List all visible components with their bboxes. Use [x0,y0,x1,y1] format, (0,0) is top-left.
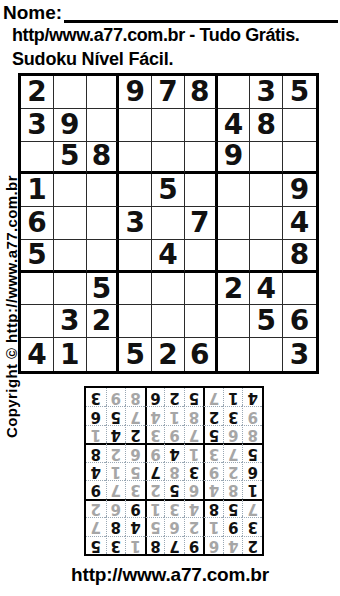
cell-r1c8: 3 [250,76,283,109]
solution-cell-r7c3: 5 [203,425,223,443]
solution-cell-r8c8: 5 [106,406,126,424]
solution-cell-r2c2: 9 [223,517,243,535]
cell-r4c8[interactable] [250,174,283,207]
solution-cell-r2c5: 6 [164,517,184,535]
solution-cell-r8c6: 4 [145,406,165,424]
solution-cell-r3c9: 2 [86,499,106,517]
cell-r9c6: 6 [185,338,218,371]
solution-cell-r4c8: 7 [106,480,126,498]
solution-cell-r6c4: 1 [184,443,204,461]
cell-r5c7[interactable] [218,207,251,240]
cell-r4c7[interactable] [218,174,251,207]
solution-cell-r2c8: 8 [106,517,126,535]
solution-cell-r9c6: 6 [145,388,165,406]
cell-r2c7: 4 [218,109,251,142]
solution-cell-r9c8: 9 [106,388,126,406]
solution-cell-r5c6: 7 [145,462,165,480]
solution-cell-r6c7: 6 [125,443,145,461]
cell-r7c2[interactable] [54,273,87,306]
cell-r4c4[interactable] [119,174,152,207]
solution-cell-r5c1: 6 [242,462,262,480]
solution-cell-r2c6: 5 [145,517,165,535]
cell-r8c9: 6 [283,305,316,338]
cell-r5c8[interactable] [250,207,283,240]
solution-cell-r9c2: 1 [223,388,243,406]
cell-r5c4: 3 [119,207,152,240]
solution-cell-r6c3: 3 [203,443,223,461]
solution-cell-r6c9: 8 [86,443,106,461]
solution-cell-r2c3: 1 [203,517,223,535]
cell-r6c7[interactable] [218,240,251,273]
cell-r7c6[interactable] [185,273,218,306]
solution-cell-r1c7: 1 [125,536,145,554]
cell-r9c2: 1 [54,338,87,371]
cell-r9c7[interactable] [218,338,251,371]
cell-r6c4[interactable] [119,240,152,273]
cell-r5c5[interactable] [152,207,185,240]
solution-cell-r5c5: 8 [164,462,184,480]
cell-r8c2: 3 [54,305,87,338]
solution-cell-r1c9: 5 [86,536,106,554]
cell-r6c5: 4 [152,240,185,273]
cell-r2c1: 3 [21,109,54,142]
solution-cell-r5c7: 5 [125,462,145,480]
cell-r4c9: 9 [283,174,316,207]
solution-cell-r8c1: 9 [242,406,262,424]
solution-cell-r8c3: 2 [203,406,223,424]
cell-r8c7[interactable] [218,305,251,338]
cell-r5c1: 6 [21,207,54,240]
solution-cell-r9c1: 4 [242,388,262,406]
cell-r4c5: 5 [152,174,185,207]
cell-r3c1[interactable] [21,142,54,175]
solution-cell-r4c5: 5 [164,480,184,498]
solution-cell-r2c1: 3 [242,517,262,535]
cell-r3c2: 5 [54,142,87,175]
cell-r1c4: 9 [119,76,152,109]
solution-cell-r1c6: 8 [145,536,165,554]
sudoku-worksheet-page: Nome: http/www.a77.com.br - Tudo Grátis.… [0,0,340,596]
cell-r7c1[interactable] [21,273,54,306]
solution-cell-r1c1: 2 [242,536,262,554]
cell-r9c8[interactable] [250,338,283,371]
cell-r9c1: 4 [21,338,54,371]
cell-r7c5[interactable] [152,273,185,306]
solution-cell-r7c4: 7 [184,425,204,443]
cell-r7c9[interactable] [283,273,316,306]
solution-cell-r4c6: 2 [145,480,165,498]
solution-cell-r4c9: 9 [86,480,106,498]
solution-cell-r5c3: 9 [203,462,223,480]
cell-r8c1[interactable] [21,305,54,338]
solution-cell-r6c5: 4 [164,443,184,461]
solution-cell-r4c2: 8 [223,480,243,498]
footer-url: http://www.a77.com.br [0,564,340,586]
cell-r3c9[interactable] [283,142,316,175]
cell-r6c6[interactable] [185,240,218,273]
solution-cell-r9c5: 2 [164,388,184,406]
name-blank-line[interactable] [64,1,338,23]
name-row: Nome: [3,1,338,23]
cell-r5c9: 4 [283,207,316,240]
cell-r2c2: 9 [54,109,87,142]
solution-cell-r1c2: 4 [223,536,243,554]
solution-cell-r5c4: 3 [184,462,204,480]
cell-r9c4: 5 [119,338,152,371]
cell-r5c2[interactable] [54,207,87,240]
cell-r2c5[interactable] [152,109,185,142]
cell-r1c2[interactable] [54,76,87,109]
cell-r2c3[interactable] [87,109,120,142]
cell-r8c6[interactable] [185,305,218,338]
puzzle-level-title: Sudoku Nível Fácil. [12,49,173,70]
solution-grid-upside-down: 2469781353912654877584319621846523796293… [84,386,264,556]
cell-r9c3[interactable] [87,338,120,371]
cell-r9c5: 2 [152,338,185,371]
solution-cell-r6c1: 5 [242,443,262,461]
cell-r3c7: 9 [218,142,251,175]
cell-r1c7[interactable] [218,76,251,109]
cell-r2c6[interactable] [185,109,218,142]
cell-r4c1: 1 [21,174,54,207]
cell-r4c2[interactable] [54,174,87,207]
cell-r8c4[interactable] [119,305,152,338]
solution-cell-r5c8: 1 [106,462,126,480]
solution-cell-r8c2: 3 [223,406,243,424]
cell-r8c3: 2 [87,305,120,338]
solution-cell-r8c5: 1 [164,406,184,424]
solution-cell-r4c1: 1 [242,480,262,498]
solution-cell-r8c4: 8 [184,406,204,424]
solution-cell-r9c3: 7 [203,388,223,406]
cell-r5c6: 7 [185,207,218,240]
cell-r2c8: 8 [250,109,283,142]
sudoku-grid: 297835394858915963745485243256415263 [18,73,319,374]
solution-cell-r9c9: 3 [86,388,106,406]
cell-r1c3[interactable] [87,76,120,109]
cell-r3c6[interactable] [185,142,218,175]
cell-r6c1: 5 [21,240,54,273]
solution-cell-r4c4: 6 [184,480,204,498]
cell-r4c3[interactable] [87,174,120,207]
cell-r6c3[interactable] [87,240,120,273]
cell-r2c4[interactable] [119,109,152,142]
solution-cell-r8c7: 7 [125,406,145,424]
solution-cell-r9c4: 5 [184,388,204,406]
cell-r8c8: 5 [250,305,283,338]
solution-cell-r2c9: 7 [86,517,106,535]
cell-r3c5[interactable] [152,142,185,175]
solution-cell-r3c7: 9 [125,499,145,517]
cell-r1c5: 7 [152,76,185,109]
solution-cell-r3c6: 1 [145,499,165,517]
cell-r7c3: 5 [87,273,120,306]
solution-cell-r3c8: 6 [106,499,126,517]
solution-cell-r7c2: 6 [223,425,243,443]
cell-r3c8[interactable] [250,142,283,175]
solution-cell-r7c9: 1 [86,425,106,443]
solution-cell-r8c9: 6 [86,406,106,424]
solution-cell-r7c5: 9 [164,425,184,443]
cell-r3c4[interactable] [119,142,152,175]
solution-cell-r5c9: 4 [86,462,106,480]
cell-r7c7: 2 [218,273,251,306]
solution-cell-r2c7: 4 [125,517,145,535]
cell-r6c2[interactable] [54,240,87,273]
solution-cell-r4c3: 4 [203,480,223,498]
cell-r2c9[interactable] [283,109,316,142]
solution-cell-r7c1: 8 [242,425,262,443]
solution-cell-r1c3: 6 [203,536,223,554]
solution-cell-r3c4: 4 [184,499,204,517]
solution-cell-r3c2: 5 [223,499,243,517]
solution-cell-r6c8: 2 [106,443,126,461]
cell-r7c8: 4 [250,273,283,306]
solution-cell-r3c1: 7 [242,499,262,517]
cell-r1c6: 8 [185,76,218,109]
cell-r9c9: 3 [283,338,316,371]
solution-cell-r4c7: 3 [125,480,145,498]
cell-r3c3: 8 [87,142,120,175]
cell-r6c9: 8 [283,240,316,273]
solution-cell-r7c8: 4 [106,425,126,443]
solution-cell-r3c5: 3 [164,499,184,517]
name-label: Nome: [3,3,62,23]
solution-cell-r1c5: 7 [164,536,184,554]
site-header: http/www.a77.com.br - Tudo Grátis. [12,25,299,46]
solution-cell-r2c4: 2 [184,517,204,535]
cell-r8c5[interactable] [152,305,185,338]
solution-cell-r6c6: 9 [145,443,165,461]
solution-cell-r3c3: 8 [203,499,223,517]
cell-r6c8[interactable] [250,240,283,273]
cell-r4c6[interactable] [185,174,218,207]
solution-cell-r1c8: 3 [106,536,126,554]
cell-r1c1: 2 [21,76,54,109]
solution-cell-r1c4: 9 [184,536,204,554]
cell-r5c3[interactable] [87,207,120,240]
solution-cell-r6c2: 7 [223,443,243,461]
solution-cell-r9c7: 8 [125,388,145,406]
solution-cell-r7c6: 3 [145,425,165,443]
solution-cell-r7c7: 2 [125,425,145,443]
cell-r7c4[interactable] [119,273,152,306]
cell-r1c9: 5 [283,76,316,109]
solution-cell-r5c2: 2 [223,462,243,480]
